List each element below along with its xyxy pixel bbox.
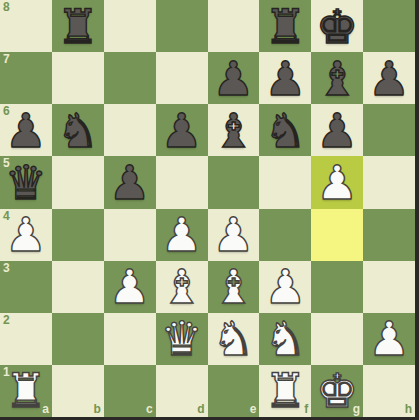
square-d5[interactable] (156, 156, 208, 208)
square-a6[interactable]: 6♟ (0, 104, 52, 156)
square-b7[interactable] (52, 52, 104, 104)
piece-black-rook[interactable]: ♜ (259, 0, 311, 52)
piece-white-bishop[interactable]: ♝ (156, 261, 208, 313)
square-g7[interactable]: ♝ (311, 52, 363, 104)
piece-black-rook[interactable]: ♜ (52, 0, 104, 52)
window-edge-right (415, 0, 419, 420)
square-c6[interactable] (104, 104, 156, 156)
square-h1[interactable]: h (363, 365, 415, 417)
square-g3[interactable] (311, 261, 363, 313)
file-label-d: d (197, 403, 204, 415)
piece-white-knight[interactable]: ♞ (259, 313, 311, 365)
piece-black-knight[interactable]: ♞ (52, 104, 104, 156)
file-label-c: c (146, 403, 153, 415)
rank-label-7: 7 (3, 53, 10, 65)
square-h7[interactable]: ♟ (363, 52, 415, 104)
piece-white-pawn[interactable]: ♟ (363, 313, 415, 365)
square-b3[interactable] (52, 261, 104, 313)
square-g1[interactable]: g♚ (311, 365, 363, 417)
piece-black-pawn[interactable]: ♟ (104, 156, 156, 208)
square-a3[interactable]: 3 (0, 261, 52, 313)
file-label-e: e (250, 403, 257, 415)
square-e4[interactable]: ♟ (208, 209, 260, 261)
piece-white-rook[interactable]: ♜ (0, 365, 52, 417)
square-a1[interactable]: 1a♜ (0, 365, 52, 417)
square-d2[interactable]: ♛ (156, 313, 208, 365)
piece-white-bishop[interactable]: ♝ (208, 261, 260, 313)
piece-white-rook[interactable]: ♜ (259, 365, 311, 417)
piece-white-king[interactable]: ♚ (311, 365, 363, 417)
square-e2[interactable]: ♞ (208, 313, 260, 365)
square-f1[interactable]: f♜ (259, 365, 311, 417)
chess-board: 8♜♜♚7♟♟♝♟6♟♞♟♝♞♟5♛♟♟4♟♟♟3♟♝♝♟2♛♞♞♟1a♜bcd… (0, 0, 415, 417)
square-b6[interactable]: ♞ (52, 104, 104, 156)
piece-black-bishop[interactable]: ♝ (311, 52, 363, 104)
rank-label-8: 8 (3, 1, 10, 13)
rank-label-3: 3 (3, 262, 10, 274)
square-f4[interactable] (259, 209, 311, 261)
square-g2[interactable] (311, 313, 363, 365)
square-a5[interactable]: 5♛ (0, 156, 52, 208)
square-a7[interactable]: 7 (0, 52, 52, 104)
square-g4[interactable] (311, 209, 363, 261)
piece-white-pawn[interactable]: ♟ (259, 261, 311, 313)
square-b8[interactable]: ♜ (52, 0, 104, 52)
square-e5[interactable] (208, 156, 260, 208)
square-g6[interactable]: ♟ (311, 104, 363, 156)
square-b4[interactable] (52, 209, 104, 261)
square-c5[interactable]: ♟ (104, 156, 156, 208)
square-g5[interactable]: ♟ (311, 156, 363, 208)
square-c7[interactable] (104, 52, 156, 104)
piece-black-pawn[interactable]: ♟ (311, 104, 363, 156)
piece-white-pawn[interactable]: ♟ (0, 209, 52, 261)
square-h6[interactable] (363, 104, 415, 156)
square-d6[interactable]: ♟ (156, 104, 208, 156)
piece-black-king[interactable]: ♚ (311, 0, 363, 52)
square-d4[interactable]: ♟ (156, 209, 208, 261)
square-h2[interactable]: ♟ (363, 313, 415, 365)
piece-black-pawn[interactable]: ♟ (259, 52, 311, 104)
square-a8[interactable]: 8 (0, 0, 52, 52)
square-e7[interactable]: ♟ (208, 52, 260, 104)
piece-white-pawn[interactable]: ♟ (208, 209, 260, 261)
piece-white-pawn[interactable]: ♟ (311, 156, 363, 208)
square-d8[interactable] (156, 0, 208, 52)
square-c1[interactable]: c (104, 365, 156, 417)
square-f5[interactable] (259, 156, 311, 208)
piece-white-pawn[interactable]: ♟ (104, 261, 156, 313)
piece-black-pawn[interactable]: ♟ (363, 52, 415, 104)
piece-white-knight[interactable]: ♞ (208, 313, 260, 365)
rank-label-2: 2 (3, 314, 10, 326)
piece-black-bishop[interactable]: ♝ (208, 104, 260, 156)
piece-black-pawn[interactable]: ♟ (0, 104, 52, 156)
square-h4[interactable] (363, 209, 415, 261)
square-h5[interactable] (363, 156, 415, 208)
square-b5[interactable] (52, 156, 104, 208)
square-f3[interactable]: ♟ (259, 261, 311, 313)
square-d3[interactable]: ♝ (156, 261, 208, 313)
square-d1[interactable]: d (156, 365, 208, 417)
file-label-h: h (405, 403, 412, 415)
square-a4[interactable]: 4♟ (0, 209, 52, 261)
square-f8[interactable]: ♜ (259, 0, 311, 52)
file-label-b: b (93, 403, 100, 415)
square-b1[interactable]: b (52, 365, 104, 417)
square-f2[interactable]: ♞ (259, 313, 311, 365)
chess-app-window: 8♜♜♚7♟♟♝♟6♟♞♟♝♞♟5♛♟♟4♟♟♟3♟♝♝♟2♛♞♞♟1a♜bcd… (0, 0, 419, 420)
square-e8[interactable] (208, 0, 260, 52)
square-f6[interactable]: ♞ (259, 104, 311, 156)
piece-black-pawn[interactable]: ♟ (208, 52, 260, 104)
square-d7[interactable] (156, 52, 208, 104)
square-c8[interactable] (104, 0, 156, 52)
piece-black-pawn[interactable]: ♟ (156, 104, 208, 156)
square-b2[interactable] (52, 313, 104, 365)
square-h3[interactable] (363, 261, 415, 313)
square-e1[interactable]: e (208, 365, 260, 417)
square-a2[interactable]: 2 (0, 313, 52, 365)
square-c2[interactable] (104, 313, 156, 365)
square-h8[interactable] (363, 0, 415, 52)
piece-white-queen[interactable]: ♛ (156, 313, 208, 365)
square-g8[interactable]: ♚ (311, 0, 363, 52)
square-e3[interactable]: ♝ (208, 261, 260, 313)
piece-black-queen[interactable]: ♛ (0, 156, 52, 208)
square-e6[interactable]: ♝ (208, 104, 260, 156)
piece-white-pawn[interactable]: ♟ (156, 209, 208, 261)
square-f7[interactable]: ♟ (259, 52, 311, 104)
piece-black-knight[interactable]: ♞ (259, 104, 311, 156)
square-c3[interactable]: ♟ (104, 261, 156, 313)
square-c4[interactable] (104, 209, 156, 261)
